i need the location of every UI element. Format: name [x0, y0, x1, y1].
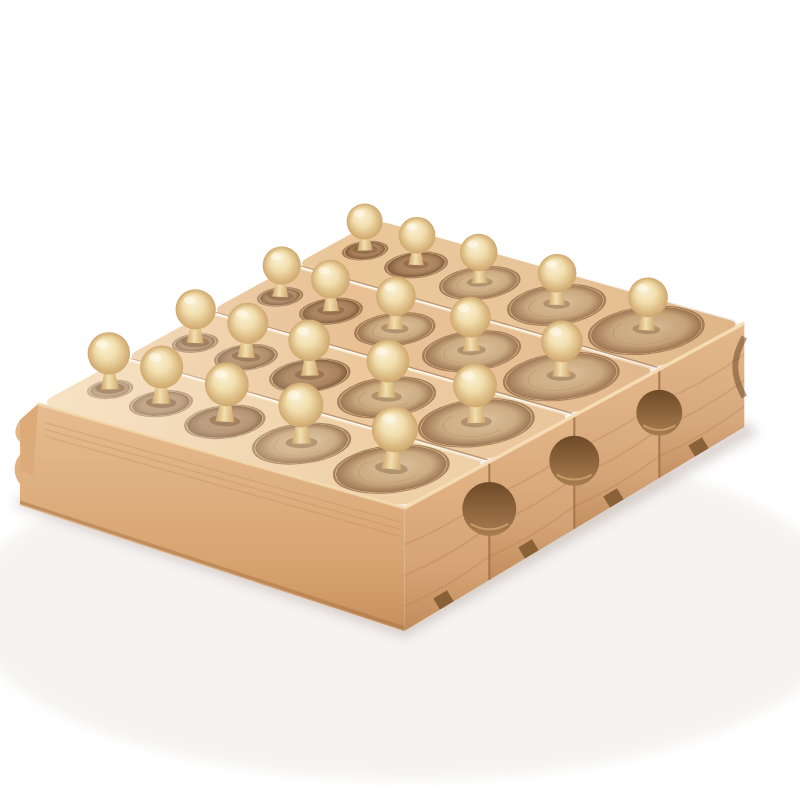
product-photo — [0, 0, 800, 800]
cylinder-blocks-scene — [0, 0, 800, 800]
finger-hole — [549, 436, 599, 486]
finger-hole — [462, 482, 516, 536]
finger-hole — [636, 390, 682, 436]
page: { "meta": { "alt_text": "Wooden Montesso… — [0, 0, 800, 800]
